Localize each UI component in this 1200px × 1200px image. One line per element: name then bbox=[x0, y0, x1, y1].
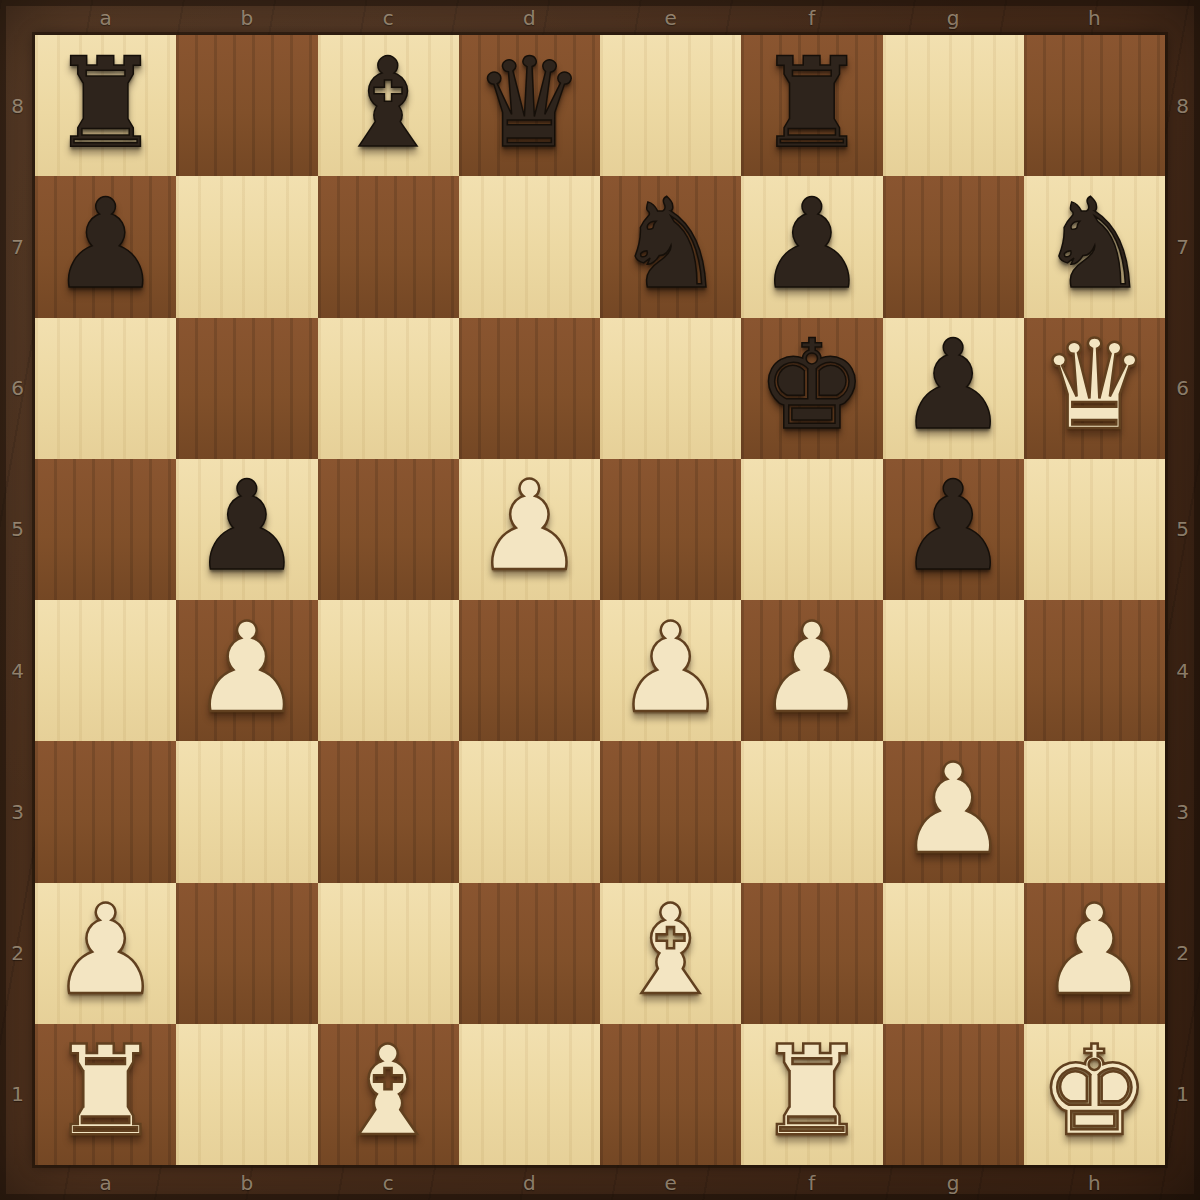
file-label-bottom-b: b bbox=[176, 1165, 317, 1200]
piece-white-rook[interactable]: ♜ bbox=[50, 1029, 161, 1153]
square-b7[interactable] bbox=[176, 176, 317, 317]
rank-label-left-7: 7 bbox=[0, 176, 35, 317]
square-b4[interactable]: ♟ bbox=[176, 600, 317, 741]
square-h8[interactable] bbox=[1024, 35, 1165, 176]
piece-black-knight[interactable]: ♞ bbox=[1039, 182, 1150, 306]
rank-label-left-8: 8 bbox=[0, 35, 35, 176]
square-b3[interactable] bbox=[176, 741, 317, 882]
piece-black-bishop[interactable]: ♝ bbox=[333, 41, 444, 165]
rank-label-left-3: 3 bbox=[0, 741, 35, 882]
square-d7[interactable] bbox=[459, 176, 600, 317]
piece-white-rook[interactable]: ♜ bbox=[756, 1029, 867, 1153]
rank-label-right-4: 4 bbox=[1165, 600, 1200, 741]
piece-black-rook[interactable]: ♜ bbox=[50, 41, 161, 165]
piece-black-pawn[interactable]: ♟ bbox=[898, 323, 1009, 447]
rank-label-right-7: 7 bbox=[1165, 176, 1200, 317]
rank-label-right-6: 6 bbox=[1165, 318, 1200, 459]
square-d1[interactable] bbox=[459, 1024, 600, 1165]
square-b2[interactable] bbox=[176, 883, 317, 1024]
square-a4[interactable] bbox=[35, 600, 176, 741]
piece-black-pawn[interactable]: ♟ bbox=[191, 464, 302, 588]
rank-label-left-4: 4 bbox=[0, 600, 35, 741]
piece-white-pawn[interactable]: ♟ bbox=[898, 747, 1009, 871]
file-label-bottom-c: c bbox=[318, 1165, 459, 1200]
square-d5[interactable]: ♟ bbox=[459, 459, 600, 600]
square-h3[interactable] bbox=[1024, 741, 1165, 882]
square-a3[interactable] bbox=[35, 741, 176, 882]
square-a2[interactable]: ♟ bbox=[35, 883, 176, 1024]
square-g4[interactable] bbox=[883, 600, 1024, 741]
file-labels-bottom: abcdefgh bbox=[35, 1165, 1165, 1200]
piece-white-pawn[interactable]: ♟ bbox=[191, 606, 302, 730]
square-h6[interactable]: ♛ bbox=[1024, 318, 1165, 459]
file-label-bottom-e: e bbox=[600, 1165, 741, 1200]
square-a6[interactable] bbox=[35, 318, 176, 459]
rank-label-left-5: 5 bbox=[0, 459, 35, 600]
piece-white-pawn[interactable]: ♟ bbox=[50, 888, 161, 1012]
piece-white-pawn[interactable]: ♟ bbox=[1039, 888, 1150, 1012]
square-e7[interactable]: ♞ bbox=[600, 176, 741, 317]
square-d8[interactable]: ♛ bbox=[459, 35, 600, 176]
board-squares: ♜♝♛♜♟♞♟♞♚♟♛♟♟♟♟♟♟♟♟♝♟♜♝♜♚ bbox=[35, 35, 1165, 1165]
square-d6[interactable] bbox=[459, 318, 600, 459]
square-h5[interactable] bbox=[1024, 459, 1165, 600]
piece-white-bishop[interactable]: ♝ bbox=[333, 1029, 444, 1153]
square-f2[interactable] bbox=[741, 883, 882, 1024]
piece-black-king[interactable]: ♚ bbox=[756, 323, 867, 447]
rank-labels-right: 87654321 bbox=[1165, 35, 1200, 1165]
piece-white-bishop[interactable]: ♝ bbox=[615, 888, 726, 1012]
file-labels-top: abcdefgh bbox=[35, 0, 1165, 35]
square-b8[interactable] bbox=[176, 35, 317, 176]
square-a1[interactable]: ♜ bbox=[35, 1024, 176, 1165]
square-e1[interactable] bbox=[600, 1024, 741, 1165]
piece-white-pawn[interactable]: ♟ bbox=[615, 606, 726, 730]
square-g1[interactable] bbox=[883, 1024, 1024, 1165]
rank-label-right-3: 3 bbox=[1165, 741, 1200, 882]
file-label-top-g: g bbox=[883, 0, 1024, 35]
file-label-bottom-g: g bbox=[883, 1165, 1024, 1200]
file-label-bottom-a: a bbox=[35, 1165, 176, 1200]
rank-label-left-1: 1 bbox=[0, 1024, 35, 1165]
square-b6[interactable] bbox=[176, 318, 317, 459]
rank-labels-left: 87654321 bbox=[0, 35, 35, 1165]
square-f6[interactable]: ♚ bbox=[741, 318, 882, 459]
square-h2[interactable]: ♟ bbox=[1024, 883, 1165, 1024]
square-f4[interactable]: ♟ bbox=[741, 600, 882, 741]
square-h4[interactable] bbox=[1024, 600, 1165, 741]
rank-label-right-5: 5 bbox=[1165, 459, 1200, 600]
piece-black-queen[interactable]: ♛ bbox=[474, 41, 585, 165]
square-d3[interactable] bbox=[459, 741, 600, 882]
square-g7[interactable] bbox=[883, 176, 1024, 317]
piece-black-pawn[interactable]: ♟ bbox=[50, 182, 161, 306]
file-label-bottom-d: d bbox=[459, 1165, 600, 1200]
rank-label-left-6: 6 bbox=[0, 318, 35, 459]
file-label-bottom-h: h bbox=[1024, 1165, 1165, 1200]
square-e2[interactable]: ♝ bbox=[600, 883, 741, 1024]
square-c1[interactable]: ♝ bbox=[318, 1024, 459, 1165]
square-e8[interactable] bbox=[600, 35, 741, 176]
piece-black-pawn[interactable]: ♟ bbox=[756, 182, 867, 306]
square-g6[interactable]: ♟ bbox=[883, 318, 1024, 459]
square-g2[interactable] bbox=[883, 883, 1024, 1024]
file-label-top-b: b bbox=[176, 0, 317, 35]
rank-label-left-2: 2 bbox=[0, 883, 35, 1024]
square-a7[interactable]: ♟ bbox=[35, 176, 176, 317]
rank-label-right-1: 1 bbox=[1165, 1024, 1200, 1165]
square-c4[interactable] bbox=[318, 600, 459, 741]
square-f1[interactable]: ♜ bbox=[741, 1024, 882, 1165]
square-b5[interactable]: ♟ bbox=[176, 459, 317, 600]
file-label-bottom-f: f bbox=[741, 1165, 882, 1200]
chess-board-frame: abcdefgh abcdefgh 87654321 87654321 ♜♝♛♜… bbox=[0, 0, 1200, 1200]
rank-label-right-2: 2 bbox=[1165, 883, 1200, 1024]
square-g8[interactable] bbox=[883, 35, 1024, 176]
square-c6[interactable] bbox=[318, 318, 459, 459]
piece-black-knight[interactable]: ♞ bbox=[615, 182, 726, 306]
square-c7[interactable] bbox=[318, 176, 459, 317]
square-a8[interactable]: ♜ bbox=[35, 35, 176, 176]
square-c5[interactable] bbox=[318, 459, 459, 600]
file-label-top-h: h bbox=[1024, 0, 1165, 35]
square-g5[interactable]: ♟ bbox=[883, 459, 1024, 600]
square-d4[interactable] bbox=[459, 600, 600, 741]
piece-black-pawn[interactable]: ♟ bbox=[898, 464, 1009, 588]
piece-white-pawn[interactable]: ♟ bbox=[756, 606, 867, 730]
square-f8[interactable]: ♜ bbox=[741, 35, 882, 176]
piece-black-rook[interactable]: ♜ bbox=[756, 41, 867, 165]
square-d2[interactable] bbox=[459, 883, 600, 1024]
square-e3[interactable] bbox=[600, 741, 741, 882]
square-e4[interactable]: ♟ bbox=[600, 600, 741, 741]
square-e5[interactable] bbox=[600, 459, 741, 600]
piece-white-pawn[interactable]: ♟ bbox=[474, 464, 585, 588]
square-f3[interactable] bbox=[741, 741, 882, 882]
square-c3[interactable] bbox=[318, 741, 459, 882]
square-b1[interactable] bbox=[176, 1024, 317, 1165]
square-e6[interactable] bbox=[600, 318, 741, 459]
file-label-top-e: e bbox=[600, 0, 741, 35]
square-h7[interactable]: ♞ bbox=[1024, 176, 1165, 317]
square-g3[interactable]: ♟ bbox=[883, 741, 1024, 882]
square-f7[interactable]: ♟ bbox=[741, 176, 882, 317]
square-c8[interactable]: ♝ bbox=[318, 35, 459, 176]
rank-label-right-8: 8 bbox=[1165, 35, 1200, 176]
piece-white-king[interactable]: ♚ bbox=[1039, 1029, 1150, 1153]
piece-white-queen[interactable]: ♛ bbox=[1039, 323, 1150, 447]
square-h1[interactable]: ♚ bbox=[1024, 1024, 1165, 1165]
square-c2[interactable] bbox=[318, 883, 459, 1024]
square-a5[interactable] bbox=[35, 459, 176, 600]
square-f5[interactable] bbox=[741, 459, 882, 600]
